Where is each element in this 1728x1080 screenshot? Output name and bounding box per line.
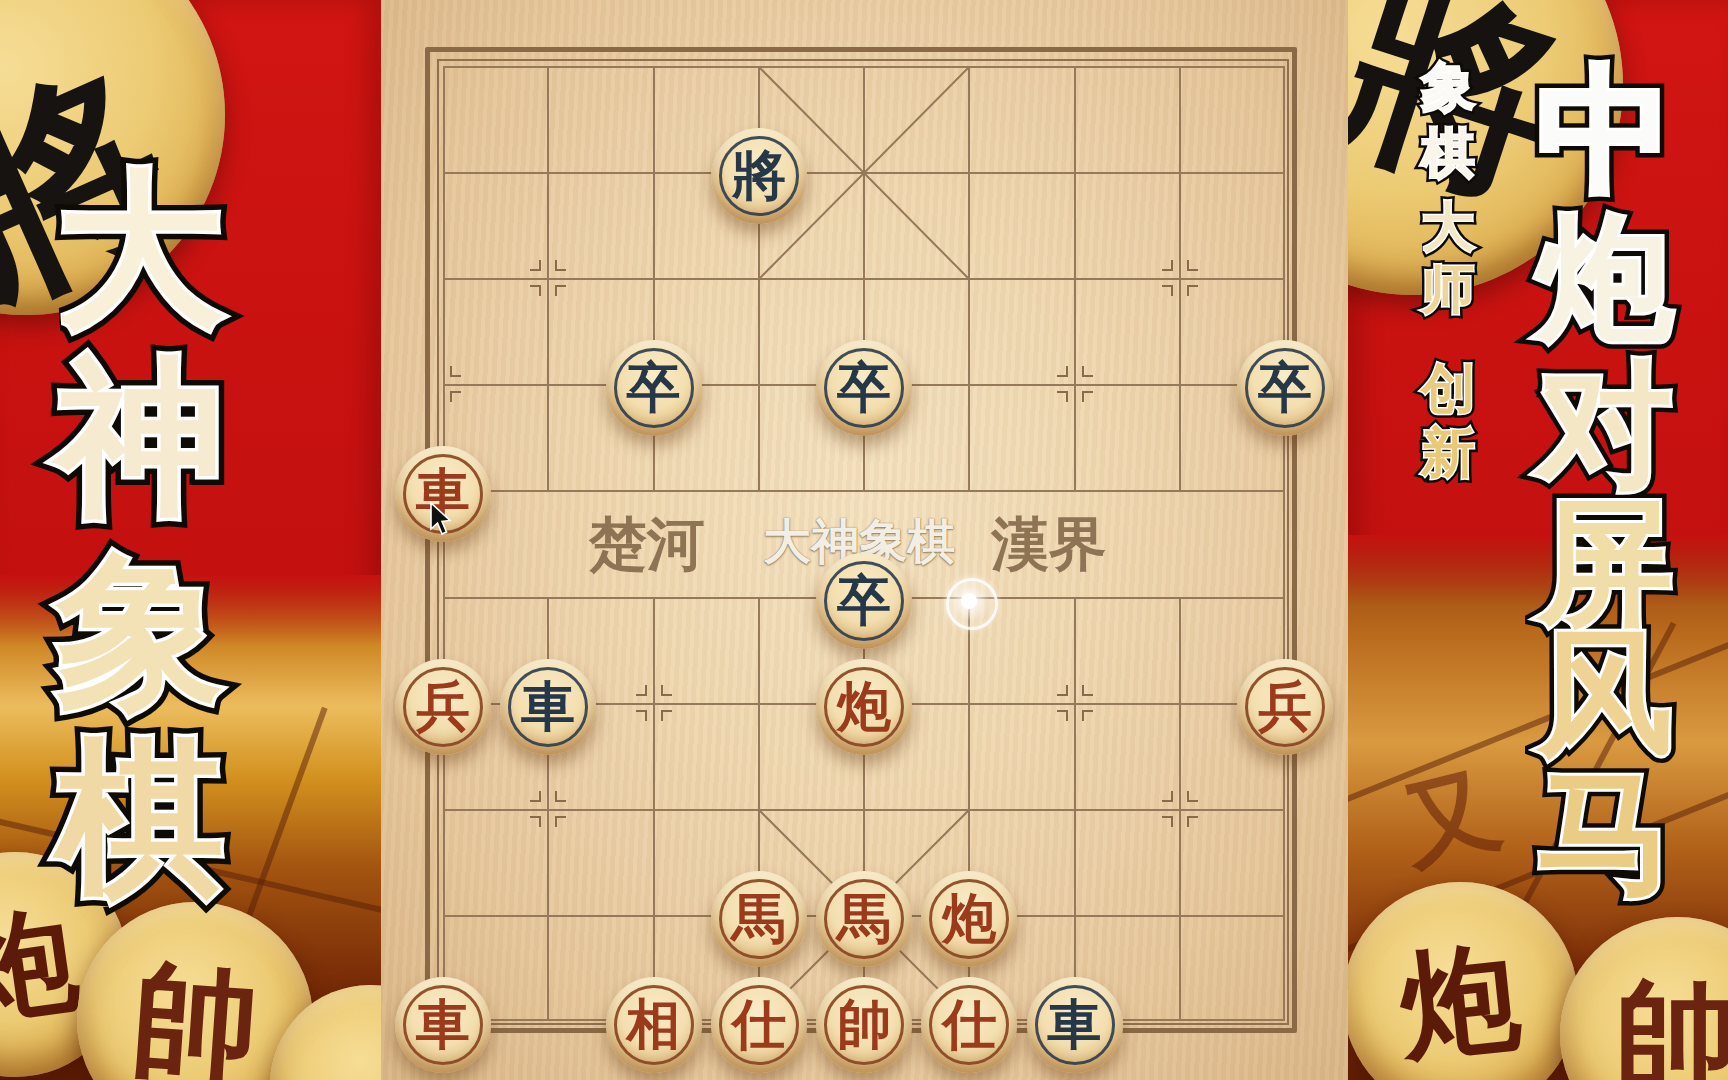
piece-red-general[interactable]: 帥 [816,977,912,1073]
piece-red-horse[interactable]: 馬 [816,871,912,967]
piece-red-advisor[interactable]: 仕 [921,977,1017,1073]
piece-glyph: 相 [627,997,681,1051]
piece-glyph: 將 [732,148,786,202]
photo-piece-shuai-right-glyph: 帥 [1615,975,1728,1080]
piece-glyph: 馬 [837,891,891,945]
right-photo-fade [1348,535,1728,605]
piece-glyph: 仕 [732,997,786,1051]
piece-glyph: 卒 [627,360,681,414]
star-point [636,685,672,721]
piece-glyph: 帥 [837,997,891,1051]
piece-glyph: 卒 [1258,360,1312,414]
piece-glyph: 兵 [416,679,470,733]
river-label-han-jie: 漢界 [991,506,1139,584]
piece-black-soldier[interactable]: 卒 [606,340,702,436]
photo-piece-jiang-left-glyph: 將 [0,46,196,326]
star-point [1162,791,1198,827]
piece-black-chariot[interactable]: 車 [1027,977,1123,1073]
piece-red-advisor[interactable]: 仕 [711,977,807,1073]
river-right-text: 漢界 [991,506,1107,584]
photo-piece-jiang-right-glyph: 將 [1348,0,1580,217]
piece-glyph: 卒 [837,360,891,414]
star-point [530,260,566,296]
piece-red-cannon[interactable]: 炮 [816,659,912,755]
piece-glyph: 車 [1048,997,1102,1051]
piece-glyph: 兵 [1258,679,1312,733]
piece-red-soldier[interactable]: 兵 [1237,659,1333,755]
river-left-text: 楚河 [589,506,705,584]
photo-piece-shuai-left-glyph: 帥 [129,956,262,1080]
piece-red-soldier[interactable]: 兵 [395,659,491,755]
piece-red-elephant[interactable]: 相 [606,977,702,1073]
river-label-chu-he: 楚河 [589,506,729,584]
photo-piece-pao-left-glyph: 炮 [0,900,83,1030]
piece-black-soldier[interactable]: 卒 [1237,340,1333,436]
piece-glyph: 車 [521,679,575,733]
move-highlight-dot [961,593,977,609]
piece-red-cannon[interactable]: 炮 [921,871,1017,967]
piece-black-soldier[interactable]: 卒 [816,340,912,436]
right-banner-panel: 將 又 炮 帥 [1348,0,1728,1080]
star-point [1057,366,1093,402]
piece-glyph: 馬 [732,891,786,945]
star-point [425,366,461,402]
piece-red-horse[interactable]: 馬 [711,871,807,967]
piece-black-chariot[interactable]: 車 [500,659,596,755]
mouse-cursor [430,502,454,538]
piece-glyph: 卒 [837,573,891,627]
photo-piece-jiang-left: 將 [0,0,225,315]
piece-glyph: 炮 [942,891,996,945]
piece-black-soldier[interactable]: 卒 [816,553,912,649]
photo-piece-pao-right-glyph: 炮 [1395,936,1525,1066]
piece-glyph: 仕 [942,997,996,1051]
piece-black-general[interactable]: 將 [711,128,807,224]
piece-glyph: 炮 [837,679,891,733]
star-point [530,791,566,827]
video-frame: 楚河 漢界 大神象棋 將卒卒卒車卒兵車炮兵馬馬炮車相仕帥仕車 將 炮 帥 將 [0,0,1728,1080]
photo-piece-jiang-right: 將 [1348,0,1623,295]
left-photo-fade [0,575,381,645]
photo-engraving: 又 [1389,745,1514,894]
piece-glyph: 車 [416,997,470,1051]
star-point [1162,260,1198,296]
left-banner-panel: 將 炮 帥 [0,0,381,1080]
piece-red-chariot[interactable]: 車 [395,977,491,1073]
star-point [1057,685,1093,721]
